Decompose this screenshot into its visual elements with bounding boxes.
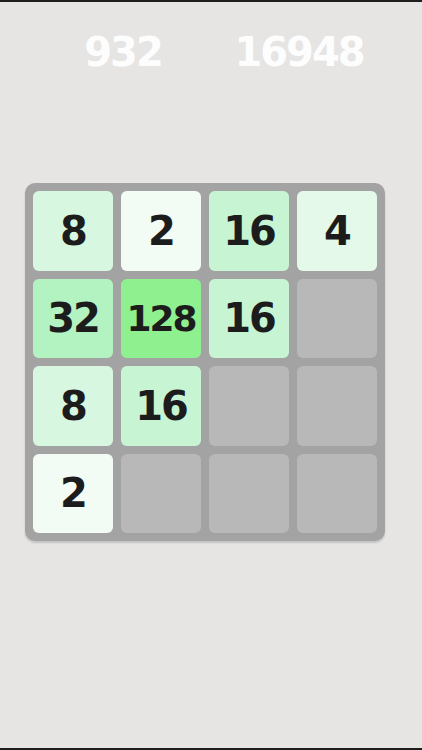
- current-score: 932: [35, 30, 211, 74]
- tile-2: 2: [33, 454, 113, 534]
- tile-8: 8: [33, 366, 113, 446]
- board-cell: [297, 279, 377, 359]
- board-cell: 8: [33, 366, 113, 446]
- board-cell: 8: [33, 191, 113, 271]
- tile-16: 16: [209, 191, 289, 271]
- app-screen: 932 16948 8216432128168162: [0, 0, 422, 750]
- tile-2: 2: [121, 191, 201, 271]
- board-cell: 128: [121, 279, 201, 359]
- tile-8: 8: [33, 191, 113, 271]
- board-cell: [209, 366, 289, 446]
- score-row: 932 16948: [0, 30, 422, 74]
- board-cell: [209, 454, 289, 534]
- board-cell: 16: [209, 279, 289, 359]
- tile-32: 32: [33, 279, 113, 359]
- tile-4: 4: [297, 191, 377, 271]
- board-cell: 2: [121, 191, 201, 271]
- board-cell: [121, 454, 201, 534]
- board-cell: [297, 454, 377, 534]
- board-cell: [297, 366, 377, 446]
- board-cell: 32: [33, 279, 113, 359]
- tile-16: 16: [209, 279, 289, 359]
- game-board[interactable]: 8216432128168162: [25, 183, 385, 541]
- top-border: [0, 0, 422, 2]
- tile-128: 128: [121, 279, 201, 359]
- board-cell: 4: [297, 191, 377, 271]
- board-cell: 16: [121, 366, 201, 446]
- board-cell: 16: [209, 191, 289, 271]
- best-score: 16948: [211, 30, 387, 74]
- tile-16: 16: [121, 366, 201, 446]
- board-cell: 2: [33, 454, 113, 534]
